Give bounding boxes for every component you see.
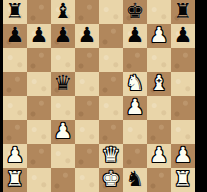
piece-black-knight-f1[interactable]: ♞ bbox=[126, 167, 145, 191]
square-c8[interactable]: ♝ bbox=[51, 0, 75, 24]
square-a8[interactable]: ♜ bbox=[3, 0, 27, 24]
game-window: ♜♝♚♜♟♟♟♟♟♟♟♛♞♝♟♟♟♛♟♟♜♚♞♜ bbox=[0, 0, 207, 192]
square-d2[interactable] bbox=[75, 144, 99, 168]
piece-black-pawn-b7[interactable]: ♟ bbox=[30, 23, 49, 47]
square-b2[interactable] bbox=[27, 144, 51, 168]
square-e2[interactable]: ♛ bbox=[99, 144, 123, 168]
piece-black-rook-a8[interactable]: ♜ bbox=[6, 0, 25, 23]
square-g5[interactable]: ♝ bbox=[147, 72, 171, 96]
square-d8[interactable] bbox=[75, 0, 99, 24]
square-f6[interactable] bbox=[123, 48, 147, 72]
square-f2[interactable] bbox=[123, 144, 147, 168]
piece-black-rook-h8[interactable]: ♜ bbox=[174, 0, 193, 23]
piece-white-pawn-g2[interactable]: ♟ bbox=[150, 143, 169, 167]
square-g4[interactable] bbox=[147, 96, 171, 120]
piece-white-rook-h1[interactable]: ♜ bbox=[174, 167, 193, 191]
square-g6[interactable] bbox=[147, 48, 171, 72]
piece-black-pawn-a7[interactable]: ♟ bbox=[6, 23, 25, 47]
square-a1[interactable]: ♜ bbox=[3, 168, 27, 192]
square-b4[interactable] bbox=[27, 96, 51, 120]
piece-white-pawn-h2[interactable]: ♟ bbox=[174, 143, 193, 167]
square-h1[interactable]: ♜ bbox=[171, 168, 195, 192]
piece-black-queen-c5[interactable]: ♛ bbox=[54, 71, 73, 95]
square-f8[interactable]: ♚ bbox=[123, 0, 147, 24]
square-c7[interactable]: ♟ bbox=[51, 24, 75, 48]
board-frame-right bbox=[195, 0, 207, 192]
square-f3[interactable] bbox=[123, 120, 147, 144]
square-d6[interactable] bbox=[75, 48, 99, 72]
square-e4[interactable] bbox=[99, 96, 123, 120]
square-f1[interactable]: ♞ bbox=[123, 168, 147, 192]
square-e8[interactable] bbox=[99, 0, 123, 24]
square-c1[interactable] bbox=[51, 168, 75, 192]
square-b8[interactable] bbox=[27, 0, 51, 24]
square-e5[interactable] bbox=[99, 72, 123, 96]
piece-black-bishop-c8[interactable]: ♝ bbox=[54, 0, 73, 23]
square-f4[interactable]: ♟ bbox=[123, 96, 147, 120]
square-c6[interactable] bbox=[51, 48, 75, 72]
piece-white-bishop-g5[interactable]: ♝ bbox=[150, 71, 169, 95]
square-c3[interactable]: ♟ bbox=[51, 120, 75, 144]
piece-white-queen-e2[interactable]: ♛ bbox=[102, 143, 121, 167]
piece-white-pawn-a2[interactable]: ♟ bbox=[6, 143, 25, 167]
square-d7[interactable]: ♟ bbox=[75, 24, 99, 48]
piece-black-pawn-c7[interactable]: ♟ bbox=[54, 23, 73, 47]
square-e6[interactable] bbox=[99, 48, 123, 72]
piece-white-rook-a1[interactable]: ♜ bbox=[6, 167, 25, 191]
square-h6[interactable] bbox=[171, 48, 195, 72]
square-a6[interactable] bbox=[3, 48, 27, 72]
square-h5[interactable] bbox=[171, 72, 195, 96]
square-c2[interactable] bbox=[51, 144, 75, 168]
square-a3[interactable] bbox=[3, 120, 27, 144]
piece-white-king-e1[interactable]: ♚ bbox=[102, 167, 121, 191]
square-f7[interactable]: ♟ bbox=[123, 24, 147, 48]
piece-black-pawn-d7[interactable]: ♟ bbox=[78, 23, 97, 47]
piece-black-pawn-h7[interactable]: ♟ bbox=[174, 23, 193, 47]
square-a5[interactable] bbox=[3, 72, 27, 96]
piece-white-pawn-c3[interactable]: ♟ bbox=[54, 119, 73, 143]
square-a4[interactable] bbox=[3, 96, 27, 120]
square-b1[interactable] bbox=[27, 168, 51, 192]
square-g2[interactable]: ♟ bbox=[147, 144, 171, 168]
square-e7[interactable] bbox=[99, 24, 123, 48]
square-f5[interactable]: ♞ bbox=[123, 72, 147, 96]
piece-black-pawn-f7[interactable]: ♟ bbox=[126, 23, 145, 47]
square-a7[interactable]: ♟ bbox=[3, 24, 27, 48]
square-g1[interactable] bbox=[147, 168, 171, 192]
square-d5[interactable] bbox=[75, 72, 99, 96]
square-b7[interactable]: ♟ bbox=[27, 24, 51, 48]
square-b5[interactable] bbox=[27, 72, 51, 96]
square-d1[interactable] bbox=[75, 168, 99, 192]
square-h4[interactable] bbox=[171, 96, 195, 120]
piece-white-pawn-f4[interactable]: ♟ bbox=[126, 95, 145, 119]
square-c4[interactable] bbox=[51, 96, 75, 120]
square-e1[interactable]: ♚ bbox=[99, 168, 123, 192]
square-d4[interactable] bbox=[75, 96, 99, 120]
square-h7[interactable]: ♟ bbox=[171, 24, 195, 48]
square-c5[interactable]: ♛ bbox=[51, 72, 75, 96]
square-d3[interactable] bbox=[75, 120, 99, 144]
square-b6[interactable] bbox=[27, 48, 51, 72]
square-g3[interactable] bbox=[147, 120, 171, 144]
square-b3[interactable] bbox=[27, 120, 51, 144]
square-g8[interactable] bbox=[147, 0, 171, 24]
square-h3[interactable] bbox=[171, 120, 195, 144]
piece-white-knight-f5[interactable]: ♞ bbox=[126, 71, 145, 95]
piece-white-pawn-g7[interactable]: ♟ bbox=[150, 23, 169, 47]
square-g7[interactable]: ♟ bbox=[147, 24, 171, 48]
piece-black-king-f8[interactable]: ♚ bbox=[126, 0, 145, 23]
square-a2[interactable]: ♟ bbox=[3, 144, 27, 168]
square-h2[interactable]: ♟ bbox=[171, 144, 195, 168]
square-h8[interactable]: ♜ bbox=[171, 0, 195, 24]
square-e3[interactable] bbox=[99, 120, 123, 144]
chess-board: ♜♝♚♜♟♟♟♟♟♟♟♛♞♝♟♟♟♛♟♟♜♚♞♜ bbox=[3, 0, 195, 192]
